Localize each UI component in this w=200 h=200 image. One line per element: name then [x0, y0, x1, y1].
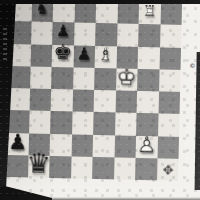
- square-h2[interactable]: [157, 136, 179, 159]
- square-a1[interactable]: [6, 155, 28, 178]
- chess-board: ♞♜♖♟♚♟♝♗♚♔♟♟♙♛✥: [6, 0, 188, 188]
- square-g6[interactable]: [138, 46, 160, 69]
- photo-bottom-left-corner: [0, 183, 52, 200]
- square-c7[interactable]: ♟: [52, 22, 74, 45]
- square-b5[interactable]: [30, 66, 52, 89]
- photo-background: ♞♜♖♟♚♟♝♗♚♔♟♟♙♛✥ ©: [0, 0, 200, 200]
- photo-right-edge: [194, 52, 200, 190]
- piece-b1: ♛: [28, 152, 50, 175]
- square-h8[interactable]: [160, 2, 182, 25]
- square-a3[interactable]: [7, 110, 29, 133]
- square-g4[interactable]: [137, 91, 159, 114]
- square-d6[interactable]: ♟: [73, 45, 95, 68]
- square-g1[interactable]: [135, 158, 157, 181]
- square-g2[interactable]: ♟♙: [136, 135, 158, 158]
- square-h6[interactable]: [159, 47, 181, 70]
- square-e4[interactable]: [94, 90, 116, 113]
- square-c2[interactable]: [50, 133, 72, 156]
- square-d2[interactable]: [71, 134, 93, 157]
- piece-f5: ♔: [116, 65, 138, 88]
- chess-board-squares: ♞♜♖♟♚♟♝♗♚♔♟♟♙♛✥: [6, 0, 182, 181]
- square-c4[interactable]: [51, 89, 73, 112]
- square-d1[interactable]: [71, 156, 93, 179]
- piece-e6: ♗: [95, 44, 117, 67]
- square-f1[interactable]: [114, 157, 136, 180]
- square-h5[interactable]: [159, 69, 181, 92]
- square-e1[interactable]: [92, 157, 114, 180]
- piece-c7: ♟: [52, 20, 74, 43]
- white-piece-backing: ♚: [116, 65, 138, 88]
- square-d4[interactable]: [72, 89, 94, 112]
- square-e6[interactable]: ♝♗: [95, 45, 117, 68]
- square-e5[interactable]: [94, 68, 116, 91]
- square-h4[interactable]: [158, 91, 180, 114]
- square-c1[interactable]: [49, 156, 71, 179]
- square-f2[interactable]: [114, 135, 136, 158]
- square-f3[interactable]: [115, 113, 137, 136]
- square-f6[interactable]: [116, 46, 138, 69]
- square-g7[interactable]: [138, 24, 160, 47]
- square-f4[interactable]: [115, 90, 137, 113]
- piece-d6: ♟: [73, 43, 95, 66]
- square-b1[interactable]: ♛: [28, 155, 50, 178]
- square-b3[interactable]: [29, 111, 51, 134]
- square-c5[interactable]: [51, 67, 73, 90]
- square-b2[interactable]: [28, 133, 50, 156]
- piece-a2: ♟: [7, 131, 29, 154]
- square-e7[interactable]: [95, 23, 117, 46]
- square-d5[interactable]: [73, 67, 95, 90]
- square-g3[interactable]: [136, 113, 158, 136]
- square-f8[interactable]: [117, 1, 139, 24]
- square-d3[interactable]: [72, 112, 94, 135]
- square-d7[interactable]: [74, 23, 96, 46]
- square-c3[interactable]: [50, 111, 72, 134]
- copyright-text: ©: [189, 62, 196, 71]
- square-h7[interactable]: [160, 25, 182, 48]
- square-h1[interactable]: ✥: [157, 158, 179, 181]
- square-e3[interactable]: [93, 112, 115, 135]
- square-f5[interactable]: ♚♔: [116, 68, 138, 91]
- square-b6[interactable]: [30, 44, 52, 67]
- square-c6[interactable]: ♚: [52, 44, 74, 67]
- square-b7[interactable]: [31, 22, 53, 45]
- square-b4[interactable]: [29, 88, 51, 111]
- square-f7[interactable]: [117, 24, 139, 47]
- white-piece-backing: ♟: [136, 134, 158, 157]
- square-g5[interactable]: [137, 69, 159, 92]
- square-e8[interactable]: [96, 1, 118, 24]
- square-a2[interactable]: ♟: [7, 132, 29, 155]
- piece-c6: ♚: [52, 41, 74, 64]
- square-h3[interactable]: [158, 114, 180, 137]
- photo-left-edge-marks: [3, 28, 7, 62]
- piece-g2: ♙: [136, 134, 158, 157]
- square-e2[interactable]: [93, 134, 115, 157]
- photo-top-edge: [0, 0, 200, 4]
- white-piece-backing: ♝: [95, 44, 117, 67]
- square-g8[interactable]: ♜♖: [139, 2, 161, 25]
- board-logo-emblem: ✥: [156, 158, 179, 181]
